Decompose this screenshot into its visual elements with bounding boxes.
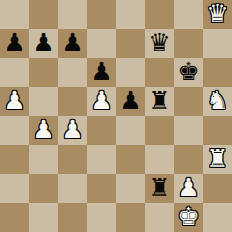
square-c6[interactable] <box>58 58 87 87</box>
white-king[interactable]: ♚ <box>177 203 199 231</box>
square-g4[interactable] <box>174 116 203 145</box>
black-king[interactable]: ♚ <box>177 58 199 86</box>
square-e6[interactable] <box>116 58 145 87</box>
square-b2[interactable] <box>29 174 58 203</box>
square-e3[interactable] <box>116 145 145 174</box>
square-a3[interactable] <box>0 145 29 174</box>
square-c8[interactable] <box>58 0 87 29</box>
square-f6[interactable] <box>145 58 174 87</box>
square-h4[interactable] <box>203 116 232 145</box>
square-b8[interactable] <box>29 0 58 29</box>
square-b3[interactable] <box>29 145 58 174</box>
square-h3[interactable]: ♜ <box>203 145 232 174</box>
square-d2[interactable] <box>87 174 116 203</box>
white-pawn[interactable]: ♟ <box>177 174 199 202</box>
black-queen[interactable]: ♛ <box>148 29 170 57</box>
square-d5[interactable]: ♟ <box>87 87 116 116</box>
white-pawn[interactable]: ♟ <box>3 87 25 115</box>
black-pawn[interactable]: ♟ <box>3 29 25 57</box>
white-queen[interactable]: ♛ <box>206 0 228 28</box>
black-rook[interactable]: ♜ <box>148 174 170 202</box>
square-b6[interactable] <box>29 58 58 87</box>
square-c3[interactable] <box>58 145 87 174</box>
square-b7[interactable]: ♟ <box>29 29 58 58</box>
square-e8[interactable] <box>116 0 145 29</box>
square-b4[interactable]: ♟ <box>29 116 58 145</box>
square-a2[interactable] <box>0 174 29 203</box>
square-e1[interactable] <box>116 203 145 232</box>
chess-board: ♛♟♟♟♛♟♚♟♟♟♜♞♟♟♜♜♟♚ <box>0 0 232 232</box>
square-f8[interactable] <box>145 0 174 29</box>
white-pawn[interactable]: ♟ <box>90 87 112 115</box>
square-h6[interactable] <box>203 58 232 87</box>
square-f7[interactable]: ♛ <box>145 29 174 58</box>
square-b1[interactable] <box>29 203 58 232</box>
square-h1[interactable] <box>203 203 232 232</box>
square-a4[interactable] <box>0 116 29 145</box>
square-h8[interactable]: ♛ <box>203 0 232 29</box>
square-g8[interactable] <box>174 0 203 29</box>
square-e2[interactable] <box>116 174 145 203</box>
square-f5[interactable]: ♜ <box>145 87 174 116</box>
square-c5[interactable] <box>58 87 87 116</box>
square-g6[interactable]: ♚ <box>174 58 203 87</box>
square-d6[interactable]: ♟ <box>87 58 116 87</box>
square-h5[interactable]: ♞ <box>203 87 232 116</box>
white-knight[interactable]: ♞ <box>206 87 228 115</box>
square-d1[interactable] <box>87 203 116 232</box>
square-a8[interactable] <box>0 0 29 29</box>
square-d7[interactable] <box>87 29 116 58</box>
square-a6[interactable] <box>0 58 29 87</box>
square-f1[interactable] <box>145 203 174 232</box>
square-g5[interactable] <box>174 87 203 116</box>
white-pawn[interactable]: ♟ <box>32 116 54 144</box>
square-g3[interactable] <box>174 145 203 174</box>
square-a7[interactable]: ♟ <box>0 29 29 58</box>
black-rook[interactable]: ♜ <box>148 87 170 115</box>
square-d4[interactable] <box>87 116 116 145</box>
square-c4[interactable]: ♟ <box>58 116 87 145</box>
square-e7[interactable] <box>116 29 145 58</box>
square-e4[interactable] <box>116 116 145 145</box>
square-a1[interactable] <box>0 203 29 232</box>
square-b5[interactable] <box>29 87 58 116</box>
square-f2[interactable]: ♜ <box>145 174 174 203</box>
square-g7[interactable] <box>174 29 203 58</box>
square-c7[interactable]: ♟ <box>58 29 87 58</box>
square-d3[interactable] <box>87 145 116 174</box>
black-pawn[interactable]: ♟ <box>61 29 83 57</box>
square-c1[interactable] <box>58 203 87 232</box>
square-a5[interactable]: ♟ <box>0 87 29 116</box>
square-f3[interactable] <box>145 145 174 174</box>
square-g1[interactable]: ♚ <box>174 203 203 232</box>
square-e5[interactable]: ♟ <box>116 87 145 116</box>
white-rook[interactable]: ♜ <box>206 145 228 173</box>
white-pawn[interactable]: ♟ <box>61 116 83 144</box>
black-pawn[interactable]: ♟ <box>90 58 112 86</box>
square-h2[interactable] <box>203 174 232 203</box>
square-g2[interactable]: ♟ <box>174 174 203 203</box>
square-c2[interactable] <box>58 174 87 203</box>
square-h7[interactable] <box>203 29 232 58</box>
black-pawn[interactable]: ♟ <box>32 29 54 57</box>
square-d8[interactable] <box>87 0 116 29</box>
black-pawn[interactable]: ♟ <box>119 87 141 115</box>
square-f4[interactable] <box>145 116 174 145</box>
